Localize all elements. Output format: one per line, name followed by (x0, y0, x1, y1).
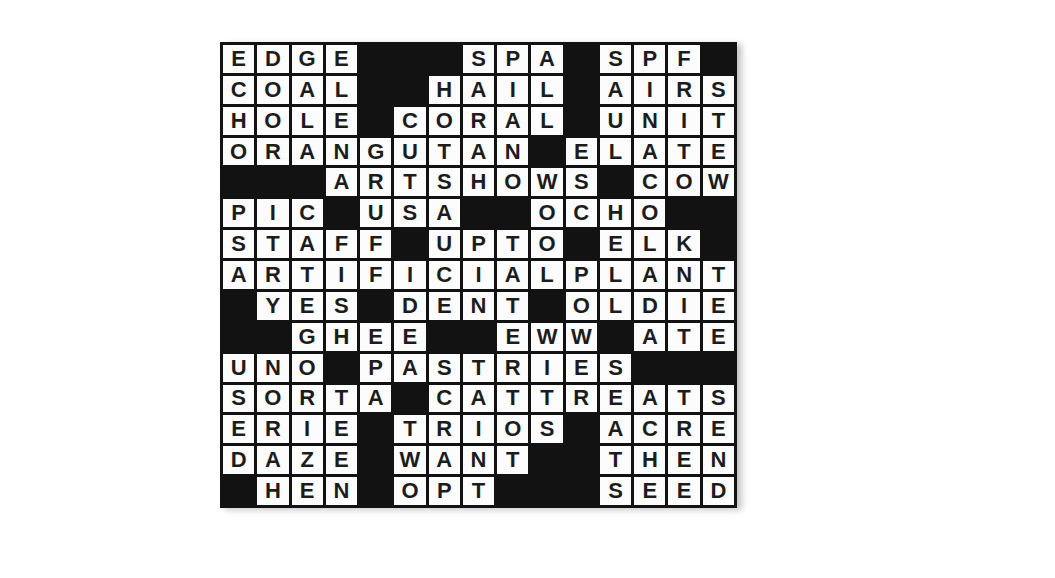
cell-r6c13[interactable]: O (634, 199, 665, 227)
cell-r6c1[interactable]: P (223, 199, 254, 227)
block-r11c15 (703, 354, 734, 382)
cell-r7c2[interactable]: T (257, 230, 288, 258)
cell-r14c7[interactable]: A (429, 446, 460, 474)
cell-r1c9[interactable]: P (497, 45, 528, 73)
cell-r3c15[interactable]: T (703, 107, 734, 135)
cell-r5c7[interactable]: S (429, 168, 460, 196)
block-r14c10 (531, 446, 562, 474)
block-r6c4 (326, 199, 357, 227)
cell-r6c5[interactable]: U (360, 199, 391, 227)
cell-r1c2[interactable]: D (257, 45, 288, 73)
cell-r12c13[interactable]: A (634, 385, 665, 413)
cell-r12c14[interactable]: T (668, 385, 699, 413)
cell-r13c15[interactable]: E (703, 415, 734, 443)
cell-r15c2[interactable]: H (257, 477, 288, 505)
block-r2c5 (360, 76, 391, 104)
cell-r15c14[interactable]: E (668, 477, 699, 505)
cell-r3c8[interactable]: R (463, 107, 494, 135)
cell-r13c13[interactable]: C (634, 415, 665, 443)
cell-r9c7[interactable]: E (429, 292, 460, 320)
cell-r7c12[interactable]: E (600, 230, 631, 258)
cell-r6c3[interactable]: C (292, 199, 323, 227)
cell-r5c4[interactable]: A (326, 168, 357, 196)
cell-r13c7[interactable]: R (429, 415, 460, 443)
cell-r7c8[interactable]: P (463, 230, 494, 258)
cell-r15c15[interactable]: D (703, 477, 734, 505)
cell-r4c13[interactable]: A (634, 138, 665, 166)
cell-r12c15[interactable]: S (703, 385, 734, 413)
cell-r12c2[interactable]: O (257, 385, 288, 413)
cell-r15c13[interactable]: E (634, 477, 665, 505)
block-r5c1 (223, 168, 254, 196)
block-r7c15 (703, 230, 734, 258)
cell-r5c11[interactable]: S (566, 168, 597, 196)
cell-r2c3[interactable]: A (292, 76, 323, 104)
cell-r10c5[interactable]: E (360, 323, 391, 351)
cell-r12c5[interactable]: A (360, 385, 391, 413)
cell-r12c3[interactable]: R (292, 385, 323, 413)
cell-r2c9[interactable]: I (497, 76, 528, 104)
cell-r7c1[interactable]: S (223, 230, 254, 258)
cell-r7c3[interactable]: A (292, 230, 323, 258)
block-r10c2 (257, 323, 288, 351)
cell-r8c2[interactable]: R (257, 261, 288, 289)
cell-r12c9[interactable]: T (497, 385, 528, 413)
cell-r2c1[interactable]: C (223, 76, 254, 104)
cell-r3c2[interactable]: O (257, 107, 288, 135)
block-r15c10 (531, 477, 562, 505)
cell-r11c7[interactable]: S (429, 354, 460, 382)
cell-r12c10[interactable]: T (531, 385, 562, 413)
cell-r1c3[interactable]: G (292, 45, 323, 73)
cell-r6c10[interactable]: O (531, 199, 562, 227)
block-r14c5 (360, 446, 391, 474)
cell-r13c9[interactable]: O (497, 415, 528, 443)
block-r1c11 (566, 45, 597, 73)
cell-r3c7[interactable]: O (429, 107, 460, 135)
cell-r2c4[interactable]: L (326, 76, 357, 104)
block-r9c5 (360, 292, 391, 320)
cell-r13c1[interactable]: E (223, 415, 254, 443)
cell-r9c13[interactable]: D (634, 292, 665, 320)
cell-r13c2[interactable]: R (257, 415, 288, 443)
cell-r3c13[interactable]: N (634, 107, 665, 135)
cell-r9c3[interactable]: E (292, 292, 323, 320)
cell-r3c12[interactable]: U (600, 107, 631, 135)
cell-r15c3[interactable]: E (292, 477, 323, 505)
cell-r8c11[interactable]: P (566, 261, 597, 289)
cell-r9c4[interactable]: S (326, 292, 357, 320)
cell-r1c1[interactable]: E (223, 45, 254, 73)
cell-r4c14[interactable]: T (668, 138, 699, 166)
cell-r5c14[interactable]: O (668, 168, 699, 196)
block-r5c12 (600, 168, 631, 196)
cell-r2c12[interactable]: A (600, 76, 631, 104)
cell-r4c4[interactable]: N (326, 138, 357, 166)
cell-r7c7[interactable]: U (429, 230, 460, 258)
cell-r8c10[interactable]: L (531, 261, 562, 289)
cell-r7c5[interactable]: F (360, 230, 391, 258)
block-r11c14 (668, 354, 699, 382)
cell-r4c8[interactable]: A (463, 138, 494, 166)
page-background: EDGESPASPFCOALHAILAIRSHOLECORALUNITORANG… (0, 0, 1055, 578)
block-r6c9 (497, 199, 528, 227)
cell-r5c6[interactable]: T (394, 168, 425, 196)
block-r1c15 (703, 45, 734, 73)
cell-r14c4[interactable]: E (326, 446, 357, 474)
cell-r2c8[interactable]: A (463, 76, 494, 104)
block-r1c7 (429, 45, 460, 73)
crossword-grid: EDGESPASPFCOALHAILAIRSHOLECORALUNITORANG… (220, 42, 737, 508)
cell-r3c10[interactable]: L (531, 107, 562, 135)
cell-r4c5[interactable]: G (360, 138, 391, 166)
cell-r10c6[interactable]: E (394, 323, 425, 351)
cell-r13c4[interactable]: E (326, 415, 357, 443)
cell-r2c7[interactable]: H (429, 76, 460, 104)
cell-r11c3[interactable]: O (292, 354, 323, 382)
cell-r8c7[interactable]: C (429, 261, 460, 289)
cell-r4c7[interactable]: T (429, 138, 460, 166)
block-r15c11 (566, 477, 597, 505)
cell-r10c15[interactable]: E (703, 323, 734, 351)
block-r3c5 (360, 107, 391, 135)
block-r5c2 (257, 168, 288, 196)
cell-r6c11[interactable]: C (566, 199, 597, 227)
cell-r1c14[interactable]: F (668, 45, 699, 73)
cell-r10c14[interactable]: T (668, 323, 699, 351)
cell-r11c8[interactable]: T (463, 354, 494, 382)
cell-r6c7[interactable]: A (429, 199, 460, 227)
block-r9c10 (531, 292, 562, 320)
cell-r8c3[interactable]: T (292, 261, 323, 289)
cell-r12c1[interactable]: S (223, 385, 254, 413)
block-r6c8 (463, 199, 494, 227)
cell-r11c1[interactable]: U (223, 354, 254, 382)
cell-r11c2[interactable]: N (257, 354, 288, 382)
block-r4c10 (531, 138, 562, 166)
cell-r14c2[interactable]: A (257, 446, 288, 474)
cell-r4c12[interactable]: L (600, 138, 631, 166)
cell-r15c7[interactable]: P (429, 477, 460, 505)
cell-r8c15[interactable]: T (703, 261, 734, 289)
cell-r8c5[interactable]: F (360, 261, 391, 289)
cell-r8c1[interactable]: A (223, 261, 254, 289)
cell-r5c8[interactable]: H (463, 168, 494, 196)
cell-r8c13[interactable]: A (634, 261, 665, 289)
cell-r2c15[interactable]: S (703, 76, 734, 104)
block-r14c11 (566, 446, 597, 474)
cell-r8c8[interactable]: I (463, 261, 494, 289)
cell-r7c9[interactable]: T (497, 230, 528, 258)
cell-r7c14[interactable]: K (668, 230, 699, 258)
cell-r6c12[interactable]: H (600, 199, 631, 227)
cell-r11c12[interactable]: S (600, 354, 631, 382)
cell-r3c3[interactable]: L (292, 107, 323, 135)
cell-r3c14[interactable]: I (668, 107, 699, 135)
cell-r4c15[interactable]: E (703, 138, 734, 166)
cell-r4c9[interactable]: N (497, 138, 528, 166)
cell-r5c15[interactable]: W (703, 168, 734, 196)
cell-r2c2[interactable]: O (257, 76, 288, 104)
cell-r8c14[interactable]: N (668, 261, 699, 289)
cell-r12c11[interactable]: R (566, 385, 597, 413)
block-r5c3 (292, 168, 323, 196)
block-r15c9 (497, 477, 528, 505)
cell-r13c10[interactable]: S (531, 415, 562, 443)
cell-r4c3[interactable]: A (292, 138, 323, 166)
block-r13c5 (360, 415, 391, 443)
cell-r4c2[interactable]: R (257, 138, 288, 166)
block-r10c8 (463, 323, 494, 351)
cell-r4c1[interactable]: O (223, 138, 254, 166)
cell-r11c11[interactable]: E (566, 354, 597, 382)
cell-r4c6[interactable]: U (394, 138, 425, 166)
cell-r10c9[interactable]: E (497, 323, 528, 351)
cell-r9c15[interactable]: E (703, 292, 734, 320)
block-r11c13 (634, 354, 665, 382)
block-r9c1 (223, 292, 254, 320)
cell-r3c1[interactable]: H (223, 107, 254, 135)
cell-r7c10[interactable]: O (531, 230, 562, 258)
cell-r14c8[interactable]: N (463, 446, 494, 474)
block-r7c11 (566, 230, 597, 258)
cell-r3c6[interactable]: C (394, 107, 425, 135)
cell-r15c4[interactable]: N (326, 477, 357, 505)
cell-r13c3[interactable]: I (292, 415, 323, 443)
cell-r8c12[interactable]: L (600, 261, 631, 289)
block-r10c7 (429, 323, 460, 351)
cell-r5c9[interactable]: O (497, 168, 528, 196)
cell-r15c6[interactable]: O (394, 477, 425, 505)
cell-r1c8[interactable]: S (463, 45, 494, 73)
cell-r11c10[interactable]: I (531, 354, 562, 382)
block-r15c5 (360, 477, 391, 505)
cell-r5c10[interactable]: W (531, 168, 562, 196)
block-r2c11 (566, 76, 597, 104)
cell-r13c12[interactable]: A (600, 415, 631, 443)
block-r2c6 (394, 76, 425, 104)
cell-r7c13[interactable]: L (634, 230, 665, 258)
cell-r3c9[interactable]: A (497, 107, 528, 135)
cell-r9c2[interactable]: Y (257, 292, 288, 320)
cell-r8c6[interactable]: I (394, 261, 425, 289)
block-r3c11 (566, 107, 597, 135)
cell-r14c13[interactable]: H (634, 446, 665, 474)
cell-r14c6[interactable]: W (394, 446, 425, 474)
cell-r14c14[interactable]: E (668, 446, 699, 474)
cell-r3c4[interactable]: E (326, 107, 357, 135)
cell-r13c8[interactable]: I (463, 415, 494, 443)
cell-r10c10[interactable]: W (531, 323, 562, 351)
cell-r14c9[interactable]: T (497, 446, 528, 474)
cell-r4c11[interactable]: E (566, 138, 597, 166)
cell-r9c8[interactable]: N (463, 292, 494, 320)
block-r7c6 (394, 230, 425, 258)
block-r1c6 (394, 45, 425, 73)
cell-r7c4[interactable]: F (326, 230, 357, 258)
cell-r12c7[interactable]: C (429, 385, 460, 413)
cell-r13c14[interactable]: R (668, 415, 699, 443)
cell-r1c10[interactable]: A (531, 45, 562, 73)
cell-r12c12[interactable]: E (600, 385, 631, 413)
block-r6c14 (668, 199, 699, 227)
cell-r9c11[interactable]: O (566, 292, 597, 320)
cell-r1c4[interactable]: E (326, 45, 357, 73)
cell-r12c4[interactable]: T (326, 385, 357, 413)
cell-r9c6[interactable]: D (394, 292, 425, 320)
block-r15c1 (223, 477, 254, 505)
cell-r2c14[interactable]: R (668, 76, 699, 104)
cell-r14c15[interactable]: N (703, 446, 734, 474)
cell-r5c5[interactable]: R (360, 168, 391, 196)
cell-r10c13[interactable]: A (634, 323, 665, 351)
cell-r8c4[interactable]: I (326, 261, 357, 289)
cell-r9c9[interactable]: T (497, 292, 528, 320)
cell-r8c9[interactable]: A (497, 261, 528, 289)
block-r10c12 (600, 323, 631, 351)
cell-r1c13[interactable]: P (634, 45, 665, 73)
block-r10c1 (223, 323, 254, 351)
cell-r10c11[interactable]: W (566, 323, 597, 351)
block-r13c11 (566, 415, 597, 443)
cell-r11c6[interactable]: A (394, 354, 425, 382)
cell-r15c12[interactable]: S (600, 477, 631, 505)
cell-r6c2[interactable]: I (257, 199, 288, 227)
cell-r12c8[interactable]: A (463, 385, 494, 413)
cell-r10c3[interactable]: G (292, 323, 323, 351)
cell-r14c1[interactable]: D (223, 446, 254, 474)
cell-r14c12[interactable]: T (600, 446, 631, 474)
cell-r11c9[interactable]: R (497, 354, 528, 382)
cell-r14c3[interactable]: Z (292, 446, 323, 474)
cell-r2c10[interactable]: L (531, 76, 562, 104)
cell-r15c8[interactable]: T (463, 477, 494, 505)
cell-r2c13[interactable]: I (634, 76, 665, 104)
cell-r9c14[interactable]: I (668, 292, 699, 320)
cell-r9c12[interactable]: L (600, 292, 631, 320)
block-r6c15 (703, 199, 734, 227)
cell-r6c6[interactable]: S (394, 199, 425, 227)
cell-r1c12[interactable]: S (600, 45, 631, 73)
cell-r13c6[interactable]: T (394, 415, 425, 443)
cell-r11c5[interactable]: P (360, 354, 391, 382)
block-r12c6 (394, 385, 425, 413)
block-r11c4 (326, 354, 357, 382)
block-r1c5 (360, 45, 391, 73)
cell-r5c13[interactable]: C (634, 168, 665, 196)
cell-r10c4[interactable]: H (326, 323, 357, 351)
